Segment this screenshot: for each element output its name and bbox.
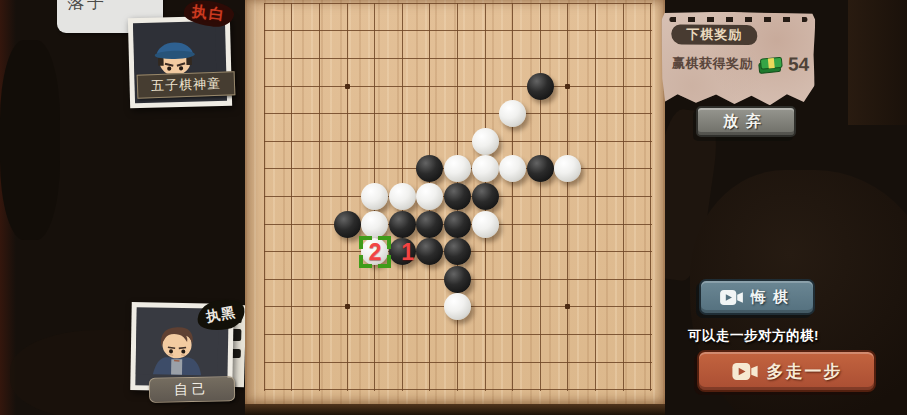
move-number: 1 [401, 241, 414, 264]
grid-line-v [319, 3, 320, 390]
stone-black [472, 183, 499, 210]
stone-white [444, 293, 471, 320]
gomoku-board[interactable]: 21 [245, 0, 665, 405]
stone-white [444, 155, 471, 182]
side-tag-white-label: 执白 [191, 2, 227, 25]
extra-move-hint: 可以走一步对方的棋! [688, 327, 819, 345]
stone-white [389, 183, 416, 210]
star-point [345, 304, 350, 309]
reward-title-banner: 下棋奖励 [671, 24, 757, 45]
stone-black [389, 211, 416, 238]
stone-black [444, 211, 471, 238]
undo-move-button[interactable]: 悔棋 [699, 279, 815, 315]
stone-white [472, 155, 499, 182]
paper-stitches [669, 17, 807, 22]
stone-white [499, 100, 526, 127]
background-pole [848, 0, 907, 125]
stone-white [554, 155, 581, 182]
opponent-name-plate: 五子棋神童 [137, 71, 236, 98]
grid-line-v [540, 3, 541, 390]
grid-line-v [347, 3, 348, 390]
give-up-button[interactable]: 放弃 [696, 106, 796, 137]
stone-black [416, 238, 443, 265]
move-number: 2 [369, 241, 382, 264]
reward-amount: 54 [788, 54, 809, 76]
money-icon [756, 53, 785, 76]
stone-black [444, 238, 471, 265]
stone-black [527, 73, 554, 100]
star-point [565, 304, 570, 309]
stone-black [444, 183, 471, 210]
star-point [565, 84, 570, 89]
reward-panel: 下棋奖励 赢棋获得奖励 54 [661, 11, 816, 106]
self-name: 自己 [174, 380, 210, 399]
stone-black [334, 211, 361, 238]
stone-black [527, 155, 554, 182]
stone-white [361, 183, 388, 210]
give-up-label: 放弃 [723, 112, 769, 131]
stone-white [472, 211, 499, 238]
stone-black [416, 155, 443, 182]
grid-line-v [650, 3, 651, 390]
stone-white [499, 155, 526, 182]
stone-white [416, 183, 443, 210]
grid-line-v [623, 3, 624, 390]
stone-white [361, 211, 388, 238]
stone-black [444, 266, 471, 293]
undo-label: 悔棋 [751, 288, 795, 307]
extra-move-label: 多走一步 [767, 360, 843, 383]
game-screen: 21 落子 执白 五子棋神童 [0, 0, 907, 415]
background-shape [0, 40, 60, 240]
reward-desc: 赢棋获得奖励 [672, 54, 753, 73]
grid-line-v [264, 3, 265, 390]
board-front-edge [245, 404, 665, 415]
grid-line-v [291, 3, 292, 390]
stone-white [472, 128, 499, 155]
grid-line-v [567, 3, 568, 390]
extra-move-hint-text: 可以走一步对方的棋! [688, 328, 819, 343]
ad-video-icon [719, 288, 744, 307]
ad-video-icon [731, 361, 759, 382]
speech-bubble-text: 落子 [67, 0, 107, 14]
grid-line-v [512, 3, 513, 390]
reward-title: 下棋奖励 [686, 25, 742, 44]
self-name-plate: 自己 [149, 376, 235, 402]
grid-line-v [595, 3, 596, 390]
extra-move-button[interactable]: 多走一步 [697, 350, 876, 392]
stone-black [416, 211, 443, 238]
star-point [345, 84, 350, 89]
side-tag-black-label: 执黑 [205, 304, 238, 327]
opponent-name: 五子棋神童 [151, 75, 222, 95]
